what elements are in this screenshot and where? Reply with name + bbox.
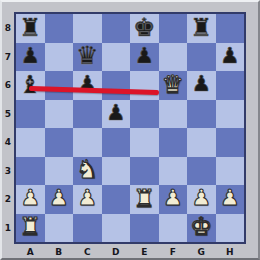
square-f4[interactable] (159, 128, 188, 157)
square-c4[interactable] (73, 128, 102, 157)
chess-board: ♜♚♜♟♛♟♟♝♟♛♟♟♞♟♟♟♜♟♟♟♜♚ (16, 14, 244, 242)
square-b4[interactable] (45, 128, 74, 157)
square-g1[interactable]: ♚ (187, 214, 216, 243)
piece-black-rook[interactable]: ♜ (190, 15, 212, 40)
rank-label-3: 3 (2, 157, 14, 186)
piece-black-bishop[interactable]: ♝ (19, 72, 41, 97)
square-d4[interactable] (102, 128, 131, 157)
square-a2[interactable]: ♟ (16, 185, 45, 214)
square-a7[interactable]: ♟ (16, 43, 45, 72)
rank-label-1: 1 (2, 214, 14, 243)
square-e7[interactable]: ♟ (130, 43, 159, 72)
piece-black-king[interactable]: ♚ (133, 15, 155, 40)
square-d5[interactable]: ♟ (102, 100, 131, 129)
square-g8[interactable]: ♜ (187, 14, 216, 43)
square-a3[interactable] (16, 157, 45, 186)
square-e5[interactable] (130, 100, 159, 129)
square-b8[interactable] (45, 14, 74, 43)
file-label-b: B (45, 245, 74, 259)
piece-white-pawn[interactable]: ♟ (163, 187, 183, 209)
file-label-a: A (16, 245, 45, 259)
piece-black-pawn[interactable]: ♟ (191, 73, 211, 95)
file-label-g: G (187, 245, 216, 259)
file-label-d: D (102, 245, 131, 259)
file-label-h: H (216, 245, 245, 259)
piece-white-king[interactable]: ♚ (190, 214, 212, 239)
square-a5[interactable] (16, 100, 45, 129)
square-g6[interactable]: ♟ (187, 71, 216, 100)
square-b1[interactable] (45, 214, 74, 243)
square-d6[interactable] (102, 71, 131, 100)
square-h8[interactable] (216, 14, 245, 43)
square-e6[interactable] (130, 71, 159, 100)
square-a4[interactable] (16, 128, 45, 157)
rank-labels: 87654321 (2, 14, 14, 242)
piece-white-pawn[interactable]: ♟ (20, 187, 40, 209)
piece-black-pawn[interactable]: ♟ (220, 45, 240, 67)
piece-white-pawn[interactable]: ♟ (220, 187, 240, 209)
square-c5[interactable] (73, 100, 102, 129)
piece-white-pawn[interactable]: ♟ (191, 187, 211, 209)
square-h7[interactable]: ♟ (216, 43, 245, 72)
piece-black-queen[interactable]: ♛ (76, 43, 98, 68)
piece-black-pawn[interactable]: ♟ (134, 45, 154, 67)
square-b5[interactable] (45, 100, 74, 129)
square-g4[interactable] (187, 128, 216, 157)
square-h6[interactable] (216, 71, 245, 100)
file-label-e: E (130, 245, 159, 259)
square-g7[interactable] (187, 43, 216, 72)
piece-white-rook[interactable]: ♜ (19, 214, 41, 239)
piece-white-pawn[interactable]: ♟ (77, 187, 97, 209)
piece-black-rook[interactable]: ♜ (19, 15, 41, 40)
rank-label-4: 4 (2, 128, 14, 157)
square-d1[interactable] (102, 214, 131, 243)
square-d8[interactable] (102, 14, 131, 43)
square-h1[interactable] (216, 214, 245, 243)
square-f3[interactable] (159, 157, 188, 186)
square-b6[interactable] (45, 71, 74, 100)
square-h5[interactable] (216, 100, 245, 129)
square-c8[interactable] (73, 14, 102, 43)
board-border: ♜♚♜♟♛♟♟♝♟♛♟♟♞♟♟♟♜♟♟♟♜♚ (14, 12, 246, 244)
piece-white-pawn[interactable]: ♟ (49, 187, 69, 209)
square-f1[interactable] (159, 214, 188, 243)
piece-white-rook[interactable]: ♜ (133, 186, 155, 211)
square-c2[interactable]: ♟ (73, 185, 102, 214)
square-g2[interactable]: ♟ (187, 185, 216, 214)
square-f2[interactable]: ♟ (159, 185, 188, 214)
piece-black-pawn[interactable]: ♟ (20, 45, 40, 67)
square-g3[interactable] (187, 157, 216, 186)
rank-label-2: 2 (2, 185, 14, 214)
square-e8[interactable]: ♚ (130, 14, 159, 43)
square-e4[interactable] (130, 128, 159, 157)
square-e3[interactable] (130, 157, 159, 186)
square-c6[interactable]: ♟ (73, 71, 102, 100)
piece-white-queen[interactable]: ♛ (162, 72, 184, 97)
chessboard-window-frame: 87654321 ♜♚♜♟♛♟♟♝♟♛♟♟♞♟♟♟♜♟♟♟♜♚ ABCDEFGH (0, 0, 260, 260)
square-b7[interactable] (45, 43, 74, 72)
piece-white-knight[interactable]: ♞ (76, 157, 98, 182)
rank-label-7: 7 (2, 43, 14, 72)
file-label-c: C (73, 245, 102, 259)
square-h4[interactable] (216, 128, 245, 157)
square-f6[interactable]: ♛ (159, 71, 188, 100)
square-e2[interactable]: ♜ (130, 185, 159, 214)
square-c3[interactable]: ♞ (73, 157, 102, 186)
square-c1[interactable] (73, 214, 102, 243)
square-a8[interactable]: ♜ (16, 14, 45, 43)
file-labels: ABCDEFGH (16, 245, 244, 259)
square-d2[interactable] (102, 185, 131, 214)
square-f8[interactable] (159, 14, 188, 43)
square-h3[interactable] (216, 157, 245, 186)
square-f7[interactable] (159, 43, 188, 72)
rank-label-6: 6 (2, 71, 14, 100)
square-c7[interactable]: ♛ (73, 43, 102, 72)
square-b2[interactable]: ♟ (45, 185, 74, 214)
square-e1[interactable] (130, 214, 159, 243)
rank-label-8: 8 (2, 14, 14, 43)
rank-label-5: 5 (2, 100, 14, 129)
square-d3[interactable] (102, 157, 131, 186)
file-label-f: F (159, 245, 188, 259)
square-h2[interactable]: ♟ (216, 185, 245, 214)
square-b3[interactable] (45, 157, 74, 186)
piece-black-pawn[interactable]: ♟ (106, 102, 126, 124)
square-a1[interactable]: ♜ (16, 214, 45, 243)
square-f5[interactable] (159, 100, 188, 129)
square-g5[interactable] (187, 100, 216, 129)
square-d7[interactable] (102, 43, 131, 72)
